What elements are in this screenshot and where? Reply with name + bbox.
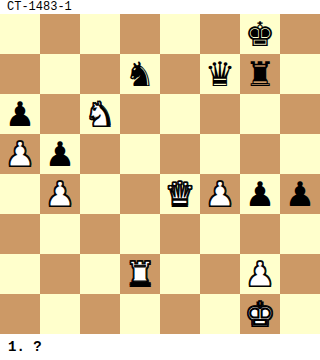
square-d5[interactable]	[120, 134, 160, 174]
black-pawn-piece: ♟	[285, 174, 315, 214]
square-f2[interactable]	[200, 254, 240, 294]
square-f4[interactable]: ♟	[200, 174, 240, 214]
chess-board: ♚♞♛♜♟♞♟♟♟♛♟♟♟♜♟♚	[0, 14, 320, 334]
square-b8[interactable]	[40, 14, 80, 54]
square-b5[interactable]: ♟	[40, 134, 80, 174]
black-knight-piece: ♞	[125, 54, 155, 94]
white-pawn-piece: ♟	[45, 174, 75, 214]
square-c1[interactable]	[80, 294, 120, 334]
square-e5[interactable]	[160, 134, 200, 174]
chess-puzzle-page: CT-1483-1 ♚♞♛♜♟♞♟♟♟♛♟♟♟♜♟♚ 1. ?	[0, 0, 320, 360]
square-c5[interactable]	[80, 134, 120, 174]
square-c2[interactable]	[80, 254, 120, 294]
square-f8[interactable]	[200, 14, 240, 54]
white-pawn-piece: ♟	[205, 174, 235, 214]
square-f3[interactable]	[200, 214, 240, 254]
square-f6[interactable]	[200, 94, 240, 134]
white-queen-piece: ♛	[165, 174, 195, 214]
square-d3[interactable]	[120, 214, 160, 254]
square-h1[interactable]	[280, 294, 320, 334]
square-g7[interactable]: ♜	[240, 54, 280, 94]
square-d7[interactable]: ♞	[120, 54, 160, 94]
square-e2[interactable]	[160, 254, 200, 294]
square-a6[interactable]: ♟	[0, 94, 40, 134]
black-pawn-piece: ♟	[245, 174, 275, 214]
square-b1[interactable]	[40, 294, 80, 334]
white-pawn-piece: ♟	[5, 134, 35, 174]
square-g6[interactable]	[240, 94, 280, 134]
square-e3[interactable]	[160, 214, 200, 254]
square-b6[interactable]	[40, 94, 80, 134]
square-c6[interactable]: ♞	[80, 94, 120, 134]
square-d6[interactable]	[120, 94, 160, 134]
square-h8[interactable]	[280, 14, 320, 54]
puzzle-id: CT-1483-1	[0, 0, 320, 14]
square-d2[interactable]: ♜	[120, 254, 160, 294]
square-e8[interactable]	[160, 14, 200, 54]
black-pawn-piece: ♟	[45, 134, 75, 174]
square-a5[interactable]: ♟	[0, 134, 40, 174]
black-king-piece: ♚	[245, 14, 275, 54]
square-h2[interactable]	[280, 254, 320, 294]
move-prompt: 1. ?	[0, 334, 320, 360]
square-g3[interactable]	[240, 214, 280, 254]
square-b3[interactable]	[40, 214, 80, 254]
white-knight-piece: ♞	[85, 94, 115, 134]
square-g8[interactable]: ♚	[240, 14, 280, 54]
square-g5[interactable]	[240, 134, 280, 174]
black-pawn-piece: ♟	[5, 94, 35, 134]
square-g4[interactable]: ♟	[240, 174, 280, 214]
white-pawn-piece: ♟	[245, 254, 275, 294]
square-d1[interactable]	[120, 294, 160, 334]
square-d4[interactable]	[120, 174, 160, 214]
square-h6[interactable]	[280, 94, 320, 134]
square-h3[interactable]	[280, 214, 320, 254]
black-queen-piece: ♛	[205, 54, 235, 94]
square-e7[interactable]	[160, 54, 200, 94]
square-g2[interactable]: ♟	[240, 254, 280, 294]
black-rook-piece: ♜	[245, 54, 275, 94]
square-c8[interactable]	[80, 14, 120, 54]
square-f7[interactable]: ♛	[200, 54, 240, 94]
square-c4[interactable]	[80, 174, 120, 214]
square-b2[interactable]	[40, 254, 80, 294]
square-h4[interactable]: ♟	[280, 174, 320, 214]
square-b4[interactable]: ♟	[40, 174, 80, 214]
square-f5[interactable]	[200, 134, 240, 174]
square-g1[interactable]: ♚	[240, 294, 280, 334]
square-d8[interactable]	[120, 14, 160, 54]
square-a2[interactable]	[0, 254, 40, 294]
square-h7[interactable]	[280, 54, 320, 94]
square-a4[interactable]	[0, 174, 40, 214]
square-a1[interactable]	[0, 294, 40, 334]
square-h5[interactable]	[280, 134, 320, 174]
square-c3[interactable]	[80, 214, 120, 254]
square-b7[interactable]	[40, 54, 80, 94]
square-e6[interactable]	[160, 94, 200, 134]
white-king-piece: ♚	[245, 294, 275, 334]
square-a3[interactable]	[0, 214, 40, 254]
square-e4[interactable]: ♛	[160, 174, 200, 214]
square-a7[interactable]	[0, 54, 40, 94]
square-e1[interactable]	[160, 294, 200, 334]
square-f1[interactable]	[200, 294, 240, 334]
white-rook-piece: ♜	[125, 254, 155, 294]
square-c7[interactable]	[80, 54, 120, 94]
square-a8[interactable]	[0, 14, 40, 54]
